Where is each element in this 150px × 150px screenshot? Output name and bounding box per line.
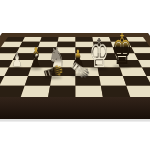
black-king-glyph: ♚ <box>112 29 133 71</box>
white-king[interactable]: ♚ <box>89 33 109 73</box>
black-bishop-glyph: ♝ <box>28 44 43 71</box>
chess-set-photo: ♚♚♝♞♟♟♛♛ <box>0 0 150 150</box>
white-pawn[interactable]: ♟ <box>12 50 23 69</box>
white-king-glyph: ♚ <box>89 33 109 73</box>
white-pawn-glyph: ♟ <box>12 50 23 69</box>
black-bishop[interactable]: ♝ <box>28 44 43 71</box>
black-king[interactable]: ♚ <box>112 29 133 71</box>
pieces-layer: ♚♚♝♞♟♟♛♛ <box>0 0 150 150</box>
